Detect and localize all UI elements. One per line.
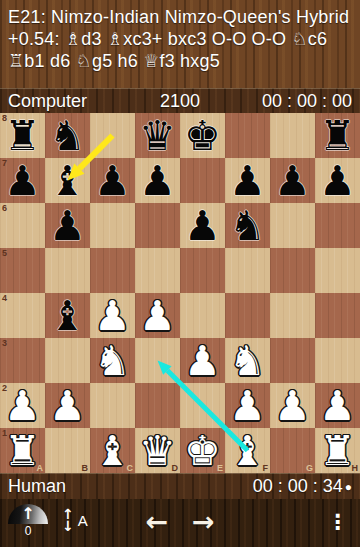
square-d8[interactable]: ♛ [135, 113, 180, 158]
rank-label-5: 5 [2, 248, 7, 258]
computer-bar: Computer 2100 00 : 00 : 00 [0, 88, 360, 113]
computer-rating: 2100 [160, 91, 200, 112]
rank-label-2: 2 [2, 383, 7, 393]
square-b2[interactable]: ♟ [45, 383, 90, 428]
square-b6[interactable]: ♟ [45, 203, 90, 248]
black-pawn: ♟ [315, 158, 360, 203]
square-e6[interactable]: ♟ [180, 203, 225, 248]
black-pawn: ♟ [180, 203, 225, 248]
square-h6[interactable] [315, 203, 360, 248]
white-pawn: ♟ [135, 293, 180, 338]
square-g2[interactable]: ♟ [270, 383, 315, 428]
square-b7[interactable]: ♝ [45, 158, 90, 203]
square-f2[interactable]: ♟ [225, 383, 270, 428]
square-f3[interactable]: ♞ [225, 338, 270, 383]
square-d3[interactable] [135, 338, 180, 383]
eval-gauge-dome-icon: ↑ [8, 504, 48, 524]
black-bishop: ♝ [45, 293, 90, 338]
square-e5[interactable] [180, 248, 225, 293]
chess-app: E21: Nimzo-Indian Nimzo-Queen's Hybrid +… [0, 0, 360, 547]
board-grid: 8♜♞♛♚♜7♟♝♟♟♟♟♟6♟♟♞54♝♟♟3♞♟♞2♟♟♟♟♟1A♜BC♝D… [0, 113, 360, 473]
black-pawn: ♟ [225, 158, 270, 203]
square-b5[interactable] [45, 248, 90, 293]
square-b3[interactable] [45, 338, 90, 383]
file-label-c: C [127, 463, 134, 473]
square-h5[interactable] [315, 248, 360, 293]
white-pawn: ♟ [270, 383, 315, 428]
overflow-menu-button[interactable]: ⋮ [327, 508, 348, 536]
square-e1[interactable]: E♚ [180, 428, 225, 473]
white-pawn: ♟ [45, 383, 90, 428]
black-bishop: ♝ [45, 158, 90, 203]
rank-label-8: 8 [2, 113, 7, 123]
eval-value: 0 [8, 525, 48, 538]
square-h7[interactable]: ♟ [315, 158, 360, 203]
file-label-f: F [263, 463, 269, 473]
square-g6[interactable] [270, 203, 315, 248]
black-rook: ♜ [315, 113, 360, 158]
rank-label-7: 7 [2, 158, 7, 168]
square-f8[interactable] [225, 113, 270, 158]
square-a3[interactable]: 3 [0, 338, 45, 383]
computer-name: Computer [8, 91, 87, 112]
file-label-h: H [352, 463, 359, 473]
white-pawn: ♟ [180, 338, 225, 383]
square-c6[interactable] [90, 203, 135, 248]
auto-flip-label: A [78, 512, 88, 529]
auto-flip-toggle[interactable]: ↑ ↓ A [62, 508, 88, 532]
white-pawn: ♟ [90, 293, 135, 338]
file-label-d: D [172, 463, 179, 473]
square-d7[interactable]: ♟ [135, 158, 180, 203]
square-c5[interactable] [90, 248, 135, 293]
black-knight: ♞ [225, 203, 270, 248]
back-button[interactable]: ← [145, 505, 168, 539]
square-e2[interactable] [180, 383, 225, 428]
opening-and-eval-text: E21: Nimzo-Indian Nimzo-Queen's Hybrid +… [8, 6, 352, 72]
square-g3[interactable] [270, 338, 315, 383]
square-f4[interactable] [225, 293, 270, 338]
square-d6[interactable] [135, 203, 180, 248]
white-pawn: ♟ [315, 383, 360, 428]
human-clock: 00 : 00 : 34 [253, 476, 343, 497]
move-navigation: ← → [145, 505, 214, 539]
square-a4[interactable]: 4 [0, 293, 45, 338]
square-g8[interactable] [270, 113, 315, 158]
black-queen: ♛ [135, 113, 180, 158]
rank-label-1: 1 [2, 428, 7, 438]
eval-gauge: ↑ 0 [8, 504, 48, 538]
square-g1[interactable]: G [270, 428, 315, 473]
file-label-b: B [82, 463, 89, 473]
square-a1[interactable]: 1A♜ [0, 428, 45, 473]
square-a7[interactable]: 7♟ [0, 158, 45, 203]
bottom-toolbar: ↑ 0 ↑ ↓ A ← → ⋮ [0, 499, 360, 547]
rank-label-4: 4 [2, 293, 7, 303]
square-h3[interactable] [315, 338, 360, 383]
white-pawn: ♟ [225, 383, 270, 428]
square-a8[interactable]: 8♜ [0, 113, 45, 158]
analysis-header: E21: Nimzo-Indian Nimzo-Queen's Hybrid +… [0, 0, 360, 88]
square-c3[interactable]: ♞ [90, 338, 135, 383]
square-e7[interactable] [180, 158, 225, 203]
white-knight: ♞ [225, 338, 270, 383]
square-a6[interactable]: 6 [0, 203, 45, 248]
square-f1[interactable]: F♝ [225, 428, 270, 473]
chess-board: 8♜♞♛♚♜7♟♝♟♟♟♟♟6♟♟♞54♝♟♟3♞♟♞2♟♟♟♟♟1A♜BC♝D… [0, 113, 360, 473]
square-f5[interactable] [225, 248, 270, 293]
black-pawn: ♟ [135, 158, 180, 203]
human-name: Human [8, 476, 66, 497]
forward-button[interactable]: → [192, 505, 215, 539]
black-pawn: ♟ [270, 158, 315, 203]
file-label-a: A [37, 463, 44, 473]
black-pawn: ♟ [45, 203, 90, 248]
square-d1[interactable]: D♛ [135, 428, 180, 473]
file-label-e: E [217, 463, 223, 473]
turn-indicator-dot: ● [345, 481, 352, 493]
square-c1[interactable]: C♝ [90, 428, 135, 473]
square-a2[interactable]: 2♟ [0, 383, 45, 428]
square-f7[interactable]: ♟ [225, 158, 270, 203]
black-knight: ♞ [45, 113, 90, 158]
square-g5[interactable] [270, 248, 315, 293]
up-down-arrows-icon: ↑ ↓ [62, 508, 74, 532]
white-knight: ♞ [90, 338, 135, 383]
rank-label-3: 3 [2, 338, 7, 348]
eval-needle-icon: ↑ [8, 503, 48, 524]
square-a5[interactable]: 5 [0, 248, 45, 293]
square-h4[interactable] [315, 293, 360, 338]
square-d4[interactable]: ♟ [135, 293, 180, 338]
square-h2[interactable]: ♟ [315, 383, 360, 428]
square-b8[interactable]: ♞ [45, 113, 90, 158]
square-d5[interactable] [135, 248, 180, 293]
square-f6[interactable]: ♞ [225, 203, 270, 248]
square-g7[interactable]: ♟ [270, 158, 315, 203]
rank-label-6: 6 [2, 203, 7, 213]
black-pawn: ♟ [90, 158, 135, 203]
square-b1[interactable]: B [45, 428, 90, 473]
square-b4[interactable]: ♝ [45, 293, 90, 338]
square-d2[interactable] [135, 383, 180, 428]
square-e8[interactable]: ♚ [180, 113, 225, 158]
square-h8[interactable]: ♜ [315, 113, 360, 158]
square-c8[interactable] [90, 113, 135, 158]
computer-clock: 00 : 00 : 00 [262, 91, 352, 112]
square-e4[interactable] [180, 293, 225, 338]
square-h1[interactable]: H♜ [315, 428, 360, 473]
file-label-g: G [306, 463, 313, 473]
human-bar: Human 00 : 00 : 34 ● [0, 473, 360, 499]
black-king: ♚ [180, 113, 225, 158]
square-c7[interactable]: ♟ [90, 158, 135, 203]
square-c2[interactable] [90, 383, 135, 428]
square-g4[interactable] [270, 293, 315, 338]
square-e3[interactable]: ♟ [180, 338, 225, 383]
square-c4[interactable]: ♟ [90, 293, 135, 338]
